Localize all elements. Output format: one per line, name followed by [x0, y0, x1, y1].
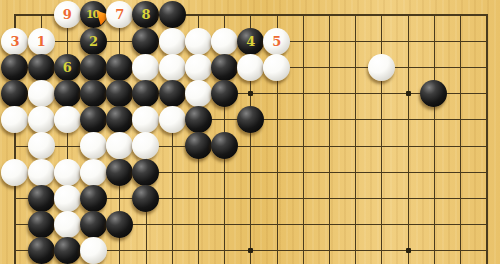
- intersection[interactable]: [133, 185, 159, 211]
- black-stone[interactable]: [1, 80, 28, 107]
- intersection[interactable]: [473, 28, 499, 54]
- intersection[interactable]: [2, 80, 28, 106]
- black-stone[interactable]: [159, 80, 186, 107]
- intersection[interactable]: [238, 211, 264, 237]
- intersection[interactable]: [290, 159, 316, 185]
- intersection[interactable]: [2, 185, 28, 211]
- intersection[interactable]: [447, 54, 473, 80]
- intersection[interactable]: [264, 211, 290, 237]
- intersection[interactable]: [369, 238, 395, 264]
- white-stone[interactable]: [132, 132, 159, 159]
- intersection[interactable]: [316, 28, 342, 54]
- move-number-label: 4: [246, 35, 255, 48]
- intersection[interactable]: [290, 2, 316, 28]
- intersection[interactable]: [342, 54, 368, 80]
- intersection[interactable]: [185, 80, 211, 106]
- black-stone[interactable]: 10: [80, 1, 107, 28]
- intersection[interactable]: [290, 211, 316, 237]
- intersection[interactable]: 2: [80, 28, 106, 54]
- intersection[interactable]: [159, 107, 185, 133]
- black-stone[interactable]: [420, 80, 447, 107]
- white-stone[interactable]: [159, 106, 186, 133]
- intersection[interactable]: [28, 107, 54, 133]
- intersection[interactable]: [54, 133, 80, 159]
- white-stone[interactable]: [80, 159, 107, 186]
- intersection[interactable]: [107, 238, 133, 264]
- black-stone[interactable]: 8: [132, 1, 159, 28]
- intersection[interactable]: [238, 159, 264, 185]
- intersection[interactable]: [395, 54, 421, 80]
- black-stone[interactable]: [80, 211, 107, 238]
- intersection[interactable]: 7: [107, 2, 133, 28]
- intersection[interactable]: [264, 107, 290, 133]
- intersection[interactable]: [185, 159, 211, 185]
- intersection[interactable]: [107, 80, 133, 106]
- intersection[interactable]: [395, 238, 421, 264]
- black-stone[interactable]: [28, 211, 55, 238]
- intersection[interactable]: [447, 185, 473, 211]
- intersection[interactable]: [107, 159, 133, 185]
- black-stone[interactable]: [54, 237, 81, 264]
- white-stone[interactable]: [28, 132, 55, 159]
- intersection[interactable]: 8: [133, 2, 159, 28]
- intersection[interactable]: [159, 133, 185, 159]
- intersection[interactable]: [107, 133, 133, 159]
- intersection[interactable]: [473, 107, 499, 133]
- intersection[interactable]: [447, 238, 473, 264]
- intersection[interactable]: [2, 159, 28, 185]
- intersection[interactable]: [159, 211, 185, 237]
- white-stone[interactable]: [159, 54, 186, 81]
- intersection[interactable]: [54, 80, 80, 106]
- intersection[interactable]: [133, 107, 159, 133]
- white-stone[interactable]: 1: [28, 28, 55, 55]
- black-stone[interactable]: [132, 28, 159, 55]
- intersection[interactable]: [421, 54, 447, 80]
- black-stone[interactable]: [106, 80, 133, 107]
- intersection[interactable]: [211, 133, 237, 159]
- intersection[interactable]: [395, 211, 421, 237]
- intersection[interactable]: [80, 80, 106, 106]
- intersection[interactable]: [369, 54, 395, 80]
- intersection[interactable]: [28, 2, 54, 28]
- white-stone[interactable]: [263, 54, 290, 81]
- intersection[interactable]: [54, 238, 80, 264]
- intersection[interactable]: [316, 159, 342, 185]
- intersection[interactable]: [342, 107, 368, 133]
- intersection[interactable]: [369, 211, 395, 237]
- intersection[interactable]: [369, 133, 395, 159]
- white-stone[interactable]: [54, 211, 81, 238]
- intersection[interactable]: [211, 159, 237, 185]
- intersection[interactable]: [316, 133, 342, 159]
- intersection[interactable]: [28, 80, 54, 106]
- intersection[interactable]: [264, 133, 290, 159]
- white-stone[interactable]: [185, 54, 212, 81]
- intersection[interactable]: [133, 159, 159, 185]
- intersection[interactable]: [395, 2, 421, 28]
- move-number-label: 9: [63, 8, 72, 21]
- black-stone[interactable]: [106, 159, 133, 186]
- intersection[interactable]: 4: [238, 28, 264, 54]
- intersection[interactable]: [290, 133, 316, 159]
- intersection[interactable]: [238, 107, 264, 133]
- intersection[interactable]: [395, 107, 421, 133]
- intersection[interactable]: [290, 54, 316, 80]
- stones-grid: 91078312456: [2, 2, 500, 264]
- intersection[interactable]: [421, 133, 447, 159]
- intersection[interactable]: [421, 80, 447, 106]
- intersection[interactable]: 10: [80, 2, 106, 28]
- intersection[interactable]: [107, 107, 133, 133]
- intersection[interactable]: [369, 80, 395, 106]
- intersection[interactable]: [211, 28, 237, 54]
- white-stone[interactable]: [159, 28, 186, 55]
- black-stone[interactable]: [132, 185, 159, 212]
- intersection[interactable]: 1: [28, 28, 54, 54]
- white-stone[interactable]: 7: [106, 1, 133, 28]
- black-stone[interactable]: 2: [80, 28, 107, 55]
- intersection[interactable]: [211, 2, 237, 28]
- white-stone[interactable]: [54, 106, 81, 133]
- black-stone[interactable]: [80, 54, 107, 81]
- black-stone[interactable]: [211, 54, 238, 81]
- intersection[interactable]: [473, 2, 499, 28]
- intersection[interactable]: [290, 238, 316, 264]
- black-stone[interactable]: [211, 132, 238, 159]
- intersection[interactable]: [473, 54, 499, 80]
- intersection[interactable]: [290, 107, 316, 133]
- intersection[interactable]: [28, 185, 54, 211]
- intersection[interactable]: [80, 54, 106, 80]
- black-stone[interactable]: [211, 80, 238, 107]
- black-stone[interactable]: [106, 54, 133, 81]
- intersection[interactable]: [80, 159, 106, 185]
- intersection[interactable]: [395, 28, 421, 54]
- black-stone[interactable]: [28, 54, 55, 81]
- intersection[interactable]: [395, 159, 421, 185]
- intersection[interactable]: [185, 28, 211, 54]
- intersection[interactable]: [28, 238, 54, 264]
- white-stone[interactable]: [132, 54, 159, 81]
- intersection[interactable]: [342, 28, 368, 54]
- intersection[interactable]: [264, 80, 290, 106]
- intersection[interactable]: [54, 107, 80, 133]
- go-app-screenshot: 91078312456: [0, 0, 500, 264]
- intersection[interactable]: [159, 28, 185, 54]
- black-stone[interactable]: [132, 159, 159, 186]
- white-stone[interactable]: 9: [54, 1, 81, 28]
- intersection[interactable]: [316, 238, 342, 264]
- intersection[interactable]: [238, 54, 264, 80]
- intersection[interactable]: [369, 28, 395, 54]
- intersection[interactable]: [133, 133, 159, 159]
- intersection[interactable]: [238, 133, 264, 159]
- white-stone[interactable]: [28, 159, 55, 186]
- intersection[interactable]: [421, 107, 447, 133]
- intersection[interactable]: [159, 80, 185, 106]
- intersection[interactable]: [80, 238, 106, 264]
- intersection[interactable]: [2, 211, 28, 237]
- intersection[interactable]: [28, 133, 54, 159]
- intersection[interactable]: [447, 107, 473, 133]
- white-stone[interactable]: [1, 106, 28, 133]
- intersection[interactable]: [107, 28, 133, 54]
- white-stone[interactable]: [368, 54, 395, 81]
- intersection[interactable]: [421, 28, 447, 54]
- intersection[interactable]: [421, 185, 447, 211]
- move-number-label: 7: [115, 8, 124, 21]
- intersection[interactable]: [290, 185, 316, 211]
- black-stone[interactable]: [159, 1, 186, 28]
- intersection[interactable]: [264, 238, 290, 264]
- black-stone[interactable]: 6: [54, 54, 81, 81]
- intersection[interactable]: [2, 107, 28, 133]
- black-stone[interactable]: [132, 80, 159, 107]
- intersection[interactable]: [342, 211, 368, 237]
- intersection[interactable]: [473, 80, 499, 106]
- intersection[interactable]: [421, 159, 447, 185]
- black-stone[interactable]: [54, 80, 81, 107]
- intersection[interactable]: [2, 2, 28, 28]
- intersection[interactable]: [185, 107, 211, 133]
- black-stone[interactable]: [237, 106, 264, 133]
- intersection[interactable]: [395, 80, 421, 106]
- white-stone[interactable]: [237, 54, 264, 81]
- intersection[interactable]: [2, 54, 28, 80]
- intersection[interactable]: [316, 107, 342, 133]
- intersection[interactable]: [211, 185, 237, 211]
- intersection[interactable]: [211, 211, 237, 237]
- white-stone[interactable]: [28, 80, 55, 107]
- intersection[interactable]: [185, 211, 211, 237]
- intersection[interactable]: [159, 238, 185, 264]
- black-stone[interactable]: 4: [237, 28, 264, 55]
- black-stone[interactable]: [28, 185, 55, 212]
- intersection[interactable]: 6: [54, 54, 80, 80]
- black-stone[interactable]: [185, 106, 212, 133]
- intersection[interactable]: [211, 107, 237, 133]
- intersection[interactable]: [159, 159, 185, 185]
- intersection[interactable]: [342, 159, 368, 185]
- intersection[interactable]: [342, 185, 368, 211]
- intersection[interactable]: [238, 238, 264, 264]
- black-stone[interactable]: [80, 185, 107, 212]
- black-stone[interactable]: [106, 106, 133, 133]
- white-stone[interactable]: [185, 28, 212, 55]
- intersection[interactable]: [80, 107, 106, 133]
- intersection[interactable]: [133, 238, 159, 264]
- white-stone[interactable]: [80, 132, 107, 159]
- white-stone[interactable]: [54, 159, 81, 186]
- black-stone[interactable]: [1, 54, 28, 81]
- intersection[interactable]: [369, 185, 395, 211]
- intersection[interactable]: [264, 159, 290, 185]
- intersection[interactable]: [473, 159, 499, 185]
- white-stone[interactable]: [1, 159, 28, 186]
- intersection[interactable]: [395, 185, 421, 211]
- intersection[interactable]: [238, 185, 264, 211]
- intersection[interactable]: [447, 28, 473, 54]
- move-number-label: 1: [37, 35, 46, 48]
- intersection[interactable]: [133, 54, 159, 80]
- intersection[interactable]: [133, 28, 159, 54]
- intersection[interactable]: [185, 185, 211, 211]
- go-board[interactable]: 91078312456: [0, 0, 500, 264]
- intersection[interactable]: [211, 80, 237, 106]
- intersection[interactable]: [421, 238, 447, 264]
- white-stone[interactable]: [106, 132, 133, 159]
- white-stone[interactable]: [28, 106, 55, 133]
- intersection[interactable]: 9: [54, 2, 80, 28]
- intersection[interactable]: [316, 54, 342, 80]
- intersection[interactable]: [28, 54, 54, 80]
- intersection[interactable]: [447, 80, 473, 106]
- intersection[interactable]: [342, 133, 368, 159]
- white-stone[interactable]: [185, 80, 212, 107]
- intersection[interactable]: [133, 80, 159, 106]
- intersection[interactable]: [211, 54, 237, 80]
- intersection[interactable]: [369, 2, 395, 28]
- intersection[interactable]: 5: [264, 28, 290, 54]
- intersection[interactable]: [133, 211, 159, 237]
- move-number-label: 8: [141, 8, 150, 21]
- intersection[interactable]: [2, 238, 28, 264]
- intersection[interactable]: [238, 80, 264, 106]
- intersection[interactable]: [159, 54, 185, 80]
- intersection[interactable]: [447, 211, 473, 237]
- intersection[interactable]: [473, 133, 499, 159]
- intersection[interactable]: [107, 54, 133, 80]
- white-stone[interactable]: [211, 28, 238, 55]
- intersection[interactable]: [80, 133, 106, 159]
- white-stone[interactable]: 3: [1, 28, 28, 55]
- intersection[interactable]: [316, 2, 342, 28]
- intersection[interactable]: [264, 2, 290, 28]
- intersection[interactable]: [238, 2, 264, 28]
- intersection[interactable]: [316, 211, 342, 237]
- intersection[interactable]: [264, 185, 290, 211]
- white-stone[interactable]: 5: [263, 28, 290, 55]
- intersection[interactable]: [290, 28, 316, 54]
- intersection[interactable]: [185, 133, 211, 159]
- intersection[interactable]: [395, 133, 421, 159]
- intersection[interactable]: [473, 211, 499, 237]
- black-stone[interactable]: [106, 211, 133, 238]
- intersection[interactable]: [54, 159, 80, 185]
- black-stone[interactable]: [80, 106, 107, 133]
- intersection[interactable]: [107, 185, 133, 211]
- intersection[interactable]: [2, 133, 28, 159]
- intersection[interactable]: [421, 2, 447, 28]
- intersection[interactable]: [447, 159, 473, 185]
- intersection[interactable]: [185, 2, 211, 28]
- black-stone[interactable]: [185, 132, 212, 159]
- intersection[interactable]: [159, 185, 185, 211]
- black-stone[interactable]: [80, 80, 107, 107]
- intersection[interactable]: [54, 28, 80, 54]
- white-stone[interactable]: [54, 185, 81, 212]
- intersection[interactable]: [447, 133, 473, 159]
- intersection[interactable]: [342, 80, 368, 106]
- move-number-label: 2: [89, 35, 98, 48]
- white-stone[interactable]: [132, 106, 159, 133]
- intersection[interactable]: [369, 107, 395, 133]
- white-stone[interactable]: [80, 237, 107, 264]
- intersection[interactable]: [290, 80, 316, 106]
- move-number-label: 3: [10, 35, 19, 48]
- black-stone[interactable]: [28, 237, 55, 264]
- intersection[interactable]: 3: [2, 28, 28, 54]
- intersection[interactable]: [80, 185, 106, 211]
- move-number-label: 5: [272, 35, 281, 48]
- intersection[interactable]: [211, 238, 237, 264]
- intersection[interactable]: [473, 185, 499, 211]
- intersection[interactable]: [28, 211, 54, 237]
- intersection[interactable]: [159, 2, 185, 28]
- intersection[interactable]: [316, 185, 342, 211]
- intersection[interactable]: [107, 211, 133, 237]
- intersection[interactable]: [316, 80, 342, 106]
- intersection[interactable]: [342, 2, 368, 28]
- intersection[interactable]: [80, 211, 106, 237]
- intersection[interactable]: [185, 238, 211, 264]
- intersection[interactable]: [421, 211, 447, 237]
- intersection[interactable]: [28, 159, 54, 185]
- intersection[interactable]: [473, 238, 499, 264]
- intersection[interactable]: [54, 211, 80, 237]
- intersection[interactable]: [264, 54, 290, 80]
- intersection[interactable]: [447, 2, 473, 28]
- move-number-label: 6: [63, 61, 72, 74]
- intersection[interactable]: [185, 54, 211, 80]
- intersection[interactable]: [369, 159, 395, 185]
- intersection[interactable]: [342, 238, 368, 264]
- intersection[interactable]: [54, 185, 80, 211]
